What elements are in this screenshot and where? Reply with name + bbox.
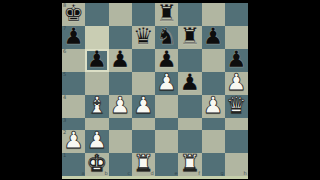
- piece-white-pawn[interactable]: ♟: [63, 129, 84, 152]
- piece-white-pawn[interactable]: ♟: [133, 94, 154, 117]
- square-a6[interactable]: 6: [62, 49, 85, 72]
- piece-white-queen[interactable]: ♛: [226, 94, 247, 117]
- square-e1[interactable]: e: [155, 153, 178, 176]
- piece-black-pawn[interactable]: ♟: [156, 48, 177, 71]
- square-e4[interactable]: [155, 95, 178, 118]
- square-f4[interactable]: [178, 95, 201, 118]
- piece-white-pawn[interactable]: ♟: [226, 71, 247, 94]
- square-c4[interactable]: ♟: [109, 95, 132, 118]
- piece-black-rook[interactable]: ♜: [156, 2, 177, 25]
- piece-black-pawn[interactable]: ♟: [180, 71, 201, 94]
- square-g6[interactable]: [202, 49, 225, 72]
- square-f3[interactable]: [178, 118, 201, 130]
- square-a1[interactable]: 1a: [62, 153, 85, 176]
- square-e3[interactable]: [155, 118, 178, 130]
- rank-label-1: 1: [63, 153, 66, 158]
- piece-black-queen[interactable]: ♛: [133, 25, 154, 48]
- square-h8[interactable]: [225, 3, 248, 26]
- square-a4[interactable]: 4: [62, 95, 85, 118]
- piece-white-king[interactable]: ♚: [87, 152, 108, 175]
- square-b4[interactable]: ♝: [85, 95, 108, 118]
- piece-black-pawn[interactable]: ♟: [203, 25, 224, 48]
- square-h3[interactable]: [225, 118, 248, 130]
- square-e5[interactable]: ♟: [155, 72, 178, 95]
- square-c1[interactable]: c: [109, 153, 132, 176]
- letterbox-left: [0, 0, 62, 180]
- square-c2[interactable]: [109, 130, 132, 153]
- square-h2[interactable]: [225, 130, 248, 153]
- piece-black-pawn[interactable]: ♟: [87, 48, 108, 71]
- rank-label-5: 5: [63, 72, 66, 77]
- piece-black-king[interactable]: ♚: [63, 2, 84, 25]
- piece-black-knight[interactable]: ♞: [156, 25, 177, 48]
- piece-white-pawn[interactable]: ♟: [203, 94, 224, 117]
- square-c3[interactable]: [109, 118, 132, 130]
- square-d1[interactable]: d♜: [132, 153, 155, 176]
- board-bottom-edge: [62, 176, 248, 179]
- square-h1[interactable]: h: [225, 153, 248, 176]
- piece-white-rook[interactable]: ♜: [133, 152, 154, 175]
- piece-white-bishop[interactable]: ♝: [87, 94, 108, 117]
- piece-white-rook[interactable]: ♜: [180, 152, 201, 175]
- piece-black-pawn[interactable]: ♟: [226, 48, 247, 71]
- piece-white-pawn[interactable]: ♟: [87, 129, 108, 152]
- square-b1[interactable]: b♚: [85, 153, 108, 176]
- square-g1[interactable]: g: [202, 153, 225, 176]
- piece-black-pawn[interactable]: ♟: [110, 48, 131, 71]
- square-c8[interactable]: [109, 3, 132, 26]
- rank-label-3: 3: [63, 118, 66, 123]
- square-f7[interactable]: ♜: [178, 26, 201, 49]
- rank-label-6: 6: [63, 49, 66, 54]
- square-a2[interactable]: 2♟: [62, 130, 85, 153]
- square-h4[interactable]: ♛: [225, 95, 248, 118]
- piece-black-pawn[interactable]: ♟: [63, 25, 84, 48]
- piece-black-rook[interactable]: ♜: [180, 25, 201, 48]
- chess-board: 8♚♜7♟♛♞♜♟6♟♟♟♟5♟♟♟4♝♟♟♟♛32♟♟1ab♚cd♜ef♜gh: [62, 3, 248, 176]
- letterbox-right: [248, 0, 320, 180]
- piece-white-pawn[interactable]: ♟: [110, 94, 131, 117]
- square-d3[interactable]: [132, 118, 155, 130]
- piece-white-pawn[interactable]: ♟: [156, 71, 177, 94]
- square-d4[interactable]: ♟: [132, 95, 155, 118]
- square-d6[interactable]: [132, 49, 155, 72]
- square-d7[interactable]: ♛: [132, 26, 155, 49]
- square-a7[interactable]: 7♟: [62, 26, 85, 49]
- rank-label-4: 4: [63, 95, 66, 100]
- square-e2[interactable]: [155, 130, 178, 153]
- square-a5[interactable]: 5: [62, 72, 85, 95]
- square-g7[interactable]: ♟: [202, 26, 225, 49]
- square-g4[interactable]: ♟: [202, 95, 225, 118]
- square-g2[interactable]: [202, 130, 225, 153]
- square-b8[interactable]: [85, 3, 108, 26]
- square-b6[interactable]: ♟: [85, 49, 108, 72]
- square-f5[interactable]: ♟: [178, 72, 201, 95]
- square-c6[interactable]: ♟: [109, 49, 132, 72]
- square-g3[interactable]: [202, 118, 225, 130]
- square-f1[interactable]: f♜: [178, 153, 201, 176]
